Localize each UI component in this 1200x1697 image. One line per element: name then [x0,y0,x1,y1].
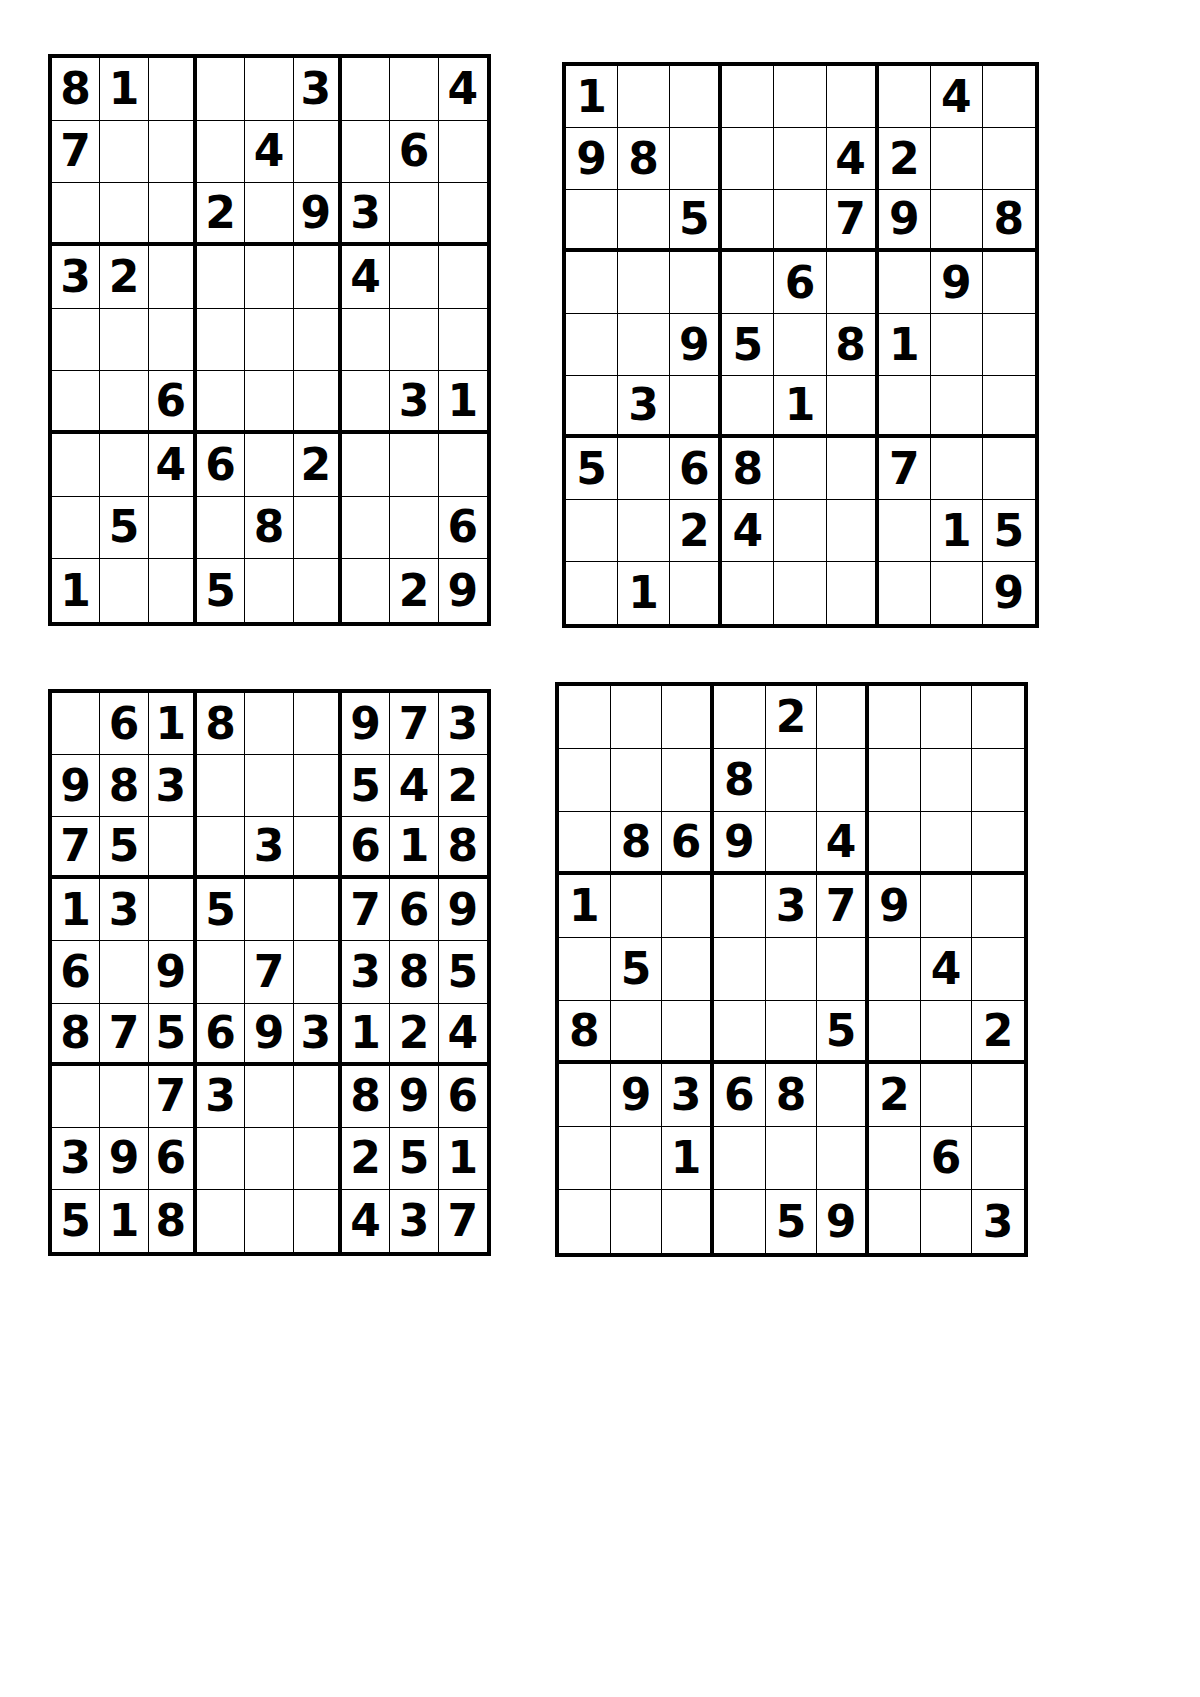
puzzle4-cell-r6c2[interactable] [611,1001,663,1064]
puzzle2-cell-r5c7[interactable]: 1 [879,314,931,376]
puzzle1-cell-r4c7[interactable]: 4 [342,246,390,309]
puzzle4-cell-r9c5[interactable]: 5 [766,1190,818,1253]
puzzle4-cell-r8c6[interactable] [817,1127,869,1190]
puzzle1-cell-r1c7[interactable] [342,58,390,121]
puzzle4-cell-r9c7[interactable] [869,1190,921,1253]
puzzle4-cell-r2c1[interactable] [559,749,611,812]
puzzle2-cell-r7c2[interactable] [618,438,670,500]
puzzle3-cell-r5c5[interactable]: 7 [245,941,293,1003]
puzzle2-cell-r2c4[interactable] [722,128,774,190]
puzzle3-cell-r9c7[interactable]: 4 [342,1190,390,1252]
puzzle4-cell-r2c3[interactable] [662,749,714,812]
puzzle2-cell-r4c3[interactable] [670,252,722,314]
puzzle3-cell-r6c2[interactable]: 7 [100,1004,148,1066]
puzzle2-cell-r6c2[interactable]: 3 [618,376,670,438]
puzzle1-cell-r8c7[interactable] [342,497,390,560]
puzzle3-cell-r7c5[interactable] [245,1066,293,1128]
puzzle4-cell-r8c7[interactable] [869,1127,921,1190]
puzzle3-cell-r1c6[interactable] [294,693,342,755]
puzzle3-cell-r1c9[interactable]: 3 [439,693,487,755]
puzzle4-cell-r1c9[interactable] [972,686,1024,749]
puzzle1-cell-r6c5[interactable] [245,371,293,434]
puzzle4-cell-r7c3[interactable]: 3 [662,1064,714,1127]
puzzle3-cell-r2c7[interactable]: 5 [342,755,390,817]
puzzle2-cell-r6c9[interactable] [983,376,1035,438]
puzzle2-cell-r4c1[interactable] [566,252,618,314]
puzzle4-cell-r1c1[interactable] [559,686,611,749]
puzzle4-cell-r6c5[interactable] [766,1001,818,1064]
puzzle1-cell-r8c1[interactable] [52,497,100,560]
puzzle3-cell-r4c6[interactable] [294,879,342,941]
puzzle4-cell-r5c1[interactable] [559,938,611,1001]
puzzle3-cell-r6c9[interactable]: 4 [439,1004,487,1066]
puzzle1-cell-r5c5[interactable] [245,309,293,372]
puzzle1-cell-r1c1[interactable]: 8 [52,58,100,121]
puzzle4-cell-r5c2[interactable]: 5 [611,938,663,1001]
puzzle3-cell-r4c5[interactable] [245,879,293,941]
puzzle4-cell-r6c3[interactable] [662,1001,714,1064]
puzzle2-cell-r8c7[interactable] [879,500,931,562]
puzzle2-cell-r7c4[interactable]: 8 [722,438,774,500]
puzzle2-cell-r6c8[interactable] [931,376,983,438]
puzzle2-cell-r8c6[interactable] [827,500,879,562]
puzzle3-cell-r6c8[interactable]: 2 [390,1004,438,1066]
puzzle1-cell-r4c9[interactable] [439,246,487,309]
puzzle4-cell-r9c1[interactable] [559,1190,611,1253]
puzzle2-cell-r3c7[interactable]: 9 [879,190,931,252]
puzzle2-cell-r3c3[interactable]: 5 [670,190,722,252]
puzzle3-cell-r1c2[interactable]: 6 [100,693,148,755]
puzzle4-cell-r9c6[interactable]: 9 [817,1190,869,1253]
puzzle1-cell-r2c4[interactable] [197,121,245,184]
puzzle2-cell-r5c9[interactable] [983,314,1035,376]
puzzle2-cell-r2c2[interactable]: 8 [618,128,670,190]
puzzle2-cell-r9c7[interactable] [879,562,931,624]
puzzle2-cell-r6c1[interactable] [566,376,618,438]
puzzle4-cell-r7c7[interactable]: 2 [869,1064,921,1127]
puzzle3-cell-r7c4[interactable]: 3 [197,1066,245,1128]
puzzle2-cell-r1c7[interactable] [879,66,931,128]
puzzle3-cell-r6c5[interactable]: 9 [245,1004,293,1066]
puzzle2-cell-r6c4[interactable] [722,376,774,438]
puzzle3-cell-r8c7[interactable]: 2 [342,1128,390,1190]
puzzle4-cell-r6c1[interactable]: 8 [559,1001,611,1064]
puzzle4-cell-r3c9[interactable] [972,812,1024,875]
puzzle3-cell-r7c8[interactable]: 9 [390,1066,438,1128]
puzzle2-cell-r2c9[interactable] [983,128,1035,190]
puzzle4-cell-r6c8[interactable] [921,1001,973,1064]
puzzle3-cell-r8c8[interactable]: 5 [390,1128,438,1190]
puzzle2-cell-r7c1[interactable]: 5 [566,438,618,500]
puzzle2-cell-r1c6[interactable] [827,66,879,128]
puzzle4-cell-r1c7[interactable] [869,686,921,749]
puzzle2-cell-r6c6[interactable] [827,376,879,438]
puzzle2-cell-r3c4[interactable] [722,190,774,252]
puzzle1-cell-r2c5[interactable]: 4 [245,121,293,184]
puzzle4-cell-r7c4[interactable]: 6 [714,1064,766,1127]
puzzle4-cell-r4c8[interactable] [921,875,973,938]
puzzle3-cell-r2c1[interactable]: 9 [52,755,100,817]
puzzle2-cell-r7c8[interactable] [931,438,983,500]
puzzle4-cell-r9c4[interactable] [714,1190,766,1253]
puzzle3-cell-r8c1[interactable]: 3 [52,1128,100,1190]
puzzle3-cell-r4c8[interactable]: 6 [390,879,438,941]
puzzle3-cell-r4c2[interactable]: 3 [100,879,148,941]
puzzle3-cell-r7c7[interactable]: 8 [342,1066,390,1128]
puzzle4-cell-r1c4[interactable] [714,686,766,749]
puzzle1-cell-r3c4[interactable]: 2 [197,183,245,246]
puzzle3-cell-r2c6[interactable] [294,755,342,817]
puzzle1-cell-r1c6[interactable]: 3 [294,58,342,121]
puzzle3-cell-r9c5[interactable] [245,1190,293,1252]
puzzle2-cell-r7c5[interactable] [774,438,826,500]
puzzle3-cell-r9c8[interactable]: 3 [390,1190,438,1252]
puzzle2-cell-r9c8[interactable] [931,562,983,624]
puzzle1-cell-r8c2[interactable]: 5 [100,497,148,560]
puzzle3-cell-r2c9[interactable]: 2 [439,755,487,817]
puzzle3-cell-r3c1[interactable]: 7 [52,817,100,879]
puzzle1-cell-r5c9[interactable] [439,309,487,372]
puzzle4-cell-r4c3[interactable] [662,875,714,938]
puzzle1-cell-r1c8[interactable] [390,58,438,121]
puzzle3-cell-r2c4[interactable] [197,755,245,817]
puzzle4-cell-r1c2[interactable] [611,686,663,749]
puzzle2-cell-r4c5[interactable]: 6 [774,252,826,314]
puzzle3-cell-r8c4[interactable] [197,1128,245,1190]
puzzle4-cell-r8c3[interactable]: 1 [662,1127,714,1190]
puzzle2-cell-r3c9[interactable]: 8 [983,190,1035,252]
puzzle4-cell-r7c9[interactable] [972,1064,1024,1127]
puzzle2-cell-r2c1[interactable]: 9 [566,128,618,190]
puzzle2-cell-r3c6[interactable]: 7 [827,190,879,252]
puzzle2-cell-r5c2[interactable] [618,314,670,376]
puzzle3-cell-r3c4[interactable] [197,817,245,879]
puzzle3-cell-r9c6[interactable] [294,1190,342,1252]
puzzle1-cell-r5c1[interactable] [52,309,100,372]
puzzle2-cell-r9c2[interactable]: 1 [618,562,670,624]
puzzle2-cell-r8c4[interactable]: 4 [722,500,774,562]
puzzle1-cell-r9c3[interactable] [149,559,197,622]
puzzle3-cell-r4c4[interactable]: 5 [197,879,245,941]
puzzle1-cell-r3c6[interactable]: 9 [294,183,342,246]
puzzle4-cell-r8c4[interactable] [714,1127,766,1190]
puzzle4-cell-r7c2[interactable]: 9 [611,1064,663,1127]
puzzle4-cell-r9c2[interactable] [611,1190,663,1253]
puzzle2-cell-r1c1[interactable]: 1 [566,66,618,128]
puzzle4-cell-r6c6[interactable]: 5 [817,1001,869,1064]
puzzle3-cell-r8c3[interactable]: 6 [149,1128,197,1190]
puzzle3-cell-r7c2[interactable] [100,1066,148,1128]
puzzle1-cell-r8c5[interactable]: 8 [245,497,293,560]
puzzle4-cell-r2c2[interactable] [611,749,663,812]
puzzle4-cell-r4c2[interactable] [611,875,663,938]
puzzle2-cell-r5c8[interactable] [931,314,983,376]
puzzle2-cell-r4c4[interactable] [722,252,774,314]
puzzle4-cell-r7c8[interactable] [921,1064,973,1127]
puzzle3-cell-r5c4[interactable] [197,941,245,1003]
puzzle1-cell-r3c3[interactable] [149,183,197,246]
puzzle2-cell-r3c5[interactable] [774,190,826,252]
puzzle3-cell-r6c6[interactable]: 3 [294,1004,342,1066]
puzzle4-cell-r5c7[interactable] [869,938,921,1001]
puzzle2-cell-r2c6[interactable]: 4 [827,128,879,190]
puzzle3-cell-r2c3[interactable]: 3 [149,755,197,817]
puzzle4-cell-r8c5[interactable] [766,1127,818,1190]
puzzle2-cell-r8c3[interactable]: 2 [670,500,722,562]
puzzle2-cell-r9c5[interactable] [774,562,826,624]
puzzle4-cell-r5c8[interactable]: 4 [921,938,973,1001]
puzzle1-cell-r7c5[interactable] [245,434,293,497]
puzzle2-cell-r4c6[interactable] [827,252,879,314]
puzzle1-cell-r8c9[interactable]: 6 [439,497,487,560]
puzzle2-cell-r2c3[interactable] [670,128,722,190]
puzzle4-cell-r5c9[interactable] [972,938,1024,1001]
puzzle4-cell-r3c3[interactable]: 6 [662,812,714,875]
puzzle2-cell-r7c7[interactable]: 7 [879,438,931,500]
puzzle4-cell-r3c1[interactable] [559,812,611,875]
puzzle1-cell-r4c5[interactable] [245,246,293,309]
puzzle3-cell-r7c1[interactable] [52,1066,100,1128]
puzzle1-cell-r8c8[interactable] [390,497,438,560]
puzzle2-cell-r4c2[interactable] [618,252,670,314]
puzzle1-cell-r3c2[interactable] [100,183,148,246]
puzzle4-cell-r4c5[interactable]: 3 [766,875,818,938]
puzzle3-cell-r5c9[interactable]: 5 [439,941,487,1003]
puzzle2-cell-r8c1[interactable] [566,500,618,562]
puzzle3-cell-r5c2[interactable] [100,941,148,1003]
puzzle1-cell-r2c9[interactable] [439,121,487,184]
puzzle4-cell-r2c6[interactable] [817,749,869,812]
puzzle1-cell-r4c4[interactable] [197,246,245,309]
puzzle3-cell-r1c5[interactable] [245,693,293,755]
puzzle3-cell-r4c9[interactable]: 9 [439,879,487,941]
puzzle1-cell-r6c1[interactable] [52,371,100,434]
puzzle1-cell-r6c6[interactable] [294,371,342,434]
puzzle1-cell-r6c2[interactable] [100,371,148,434]
puzzle2-cell-r5c1[interactable] [566,314,618,376]
puzzle1-cell-r1c5[interactable] [245,58,293,121]
puzzle1-cell-r6c9[interactable]: 1 [439,371,487,434]
puzzle3-cell-r5c3[interactable]: 9 [149,941,197,1003]
puzzle2-cell-r9c9[interactable]: 9 [983,562,1035,624]
puzzle4-cell-r8c8[interactable]: 6 [921,1127,973,1190]
puzzle3-cell-r7c6[interactable] [294,1066,342,1128]
puzzle1-cell-r6c8[interactable]: 3 [390,371,438,434]
puzzle1-cell-r5c6[interactable] [294,309,342,372]
puzzle4-cell-r6c4[interactable] [714,1001,766,1064]
puzzle4-cell-r8c2[interactable] [611,1127,663,1190]
puzzle4-cell-r4c1[interactable]: 1 [559,875,611,938]
puzzle2-cell-r8c2[interactable] [618,500,670,562]
puzzle1-cell-r9c5[interactable] [245,559,293,622]
puzzle3-cell-r6c7[interactable]: 1 [342,1004,390,1066]
puzzle1-cell-r5c7[interactable] [342,309,390,372]
puzzle3-cell-r4c7[interactable]: 7 [342,879,390,941]
puzzle4-cell-r4c9[interactable] [972,875,1024,938]
puzzle2-cell-r5c4[interactable]: 5 [722,314,774,376]
puzzle2-cell-r1c4[interactable] [722,66,774,128]
puzzle1-cell-r4c2[interactable]: 2 [100,246,148,309]
puzzle3-cell-r9c2[interactable]: 1 [100,1190,148,1252]
puzzle4-cell-r5c6[interactable] [817,938,869,1001]
puzzle2-cell-r3c8[interactable] [931,190,983,252]
puzzle4-cell-r9c9[interactable]: 3 [972,1190,1024,1253]
puzzle4-cell-r7c5[interactable]: 8 [766,1064,818,1127]
puzzle1-cell-r6c4[interactable] [197,371,245,434]
puzzle1-cell-r3c9[interactable] [439,183,487,246]
puzzle2-cell-r1c8[interactable]: 4 [931,66,983,128]
puzzle1-cell-r1c4[interactable] [197,58,245,121]
puzzle1-cell-r2c7[interactable] [342,121,390,184]
puzzle3-cell-r4c3[interactable] [149,879,197,941]
puzzle3-cell-r4c1[interactable]: 1 [52,879,100,941]
puzzle1-cell-r1c9[interactable]: 4 [439,58,487,121]
puzzle4-cell-r2c9[interactable] [972,749,1024,812]
puzzle1-cell-r4c6[interactable] [294,246,342,309]
puzzle3-cell-r6c4[interactable]: 6 [197,1004,245,1066]
puzzle2-cell-r9c3[interactable] [670,562,722,624]
puzzle4-cell-r9c3[interactable] [662,1190,714,1253]
puzzle2-cell-r1c5[interactable] [774,66,826,128]
puzzle3-cell-r8c2[interactable]: 9 [100,1128,148,1190]
puzzle3-cell-r8c6[interactable] [294,1128,342,1190]
puzzle2-cell-r6c7[interactable] [879,376,931,438]
puzzle1-cell-r4c8[interactable] [390,246,438,309]
puzzle1-cell-r9c6[interactable] [294,559,342,622]
puzzle1-cell-r2c2[interactable] [100,121,148,184]
puzzle2-cell-r4c7[interactable] [879,252,931,314]
puzzle1-cell-r7c7[interactable] [342,434,390,497]
puzzle4-cell-r2c7[interactable] [869,749,921,812]
puzzle4-cell-r7c1[interactable] [559,1064,611,1127]
puzzle2-cell-r7c3[interactable]: 6 [670,438,722,500]
puzzle2-cell-r8c8[interactable]: 1 [931,500,983,562]
puzzle2-cell-r1c2[interactable] [618,66,670,128]
puzzle4-cell-r5c3[interactable] [662,938,714,1001]
puzzle3-cell-r1c3[interactable]: 1 [149,693,197,755]
puzzle2-cell-r6c3[interactable] [670,376,722,438]
puzzle4-cell-r3c8[interactable] [921,812,973,875]
puzzle3-cell-r2c8[interactable]: 4 [390,755,438,817]
puzzle3-cell-r3c9[interactable]: 8 [439,817,487,879]
puzzle3-cell-r2c2[interactable]: 8 [100,755,148,817]
puzzle3-cell-r2c5[interactable] [245,755,293,817]
puzzle1-cell-r9c4[interactable]: 5 [197,559,245,622]
puzzle1-cell-r2c8[interactable]: 6 [390,121,438,184]
puzzle1-cell-r9c7[interactable] [342,559,390,622]
puzzle4-cell-r3c7[interactable] [869,812,921,875]
puzzle1-cell-r6c7[interactable] [342,371,390,434]
puzzle2-cell-r1c3[interactable] [670,66,722,128]
puzzle1-cell-r2c1[interactable]: 7 [52,121,100,184]
puzzle1-cell-r2c3[interactable] [149,121,197,184]
puzzle4-cell-r1c3[interactable] [662,686,714,749]
puzzle3-cell-r3c6[interactable] [294,817,342,879]
puzzle3-cell-r3c8[interactable]: 1 [390,817,438,879]
puzzle4-cell-r3c2[interactable]: 8 [611,812,663,875]
puzzle2-cell-r4c8[interactable]: 9 [931,252,983,314]
puzzle2-cell-r8c9[interactable]: 5 [983,500,1035,562]
puzzle2-cell-r6c5[interactable]: 1 [774,376,826,438]
puzzle1-cell-r8c6[interactable] [294,497,342,560]
puzzle3-cell-r3c3[interactable] [149,817,197,879]
puzzle1-cell-r7c8[interactable] [390,434,438,497]
puzzle2-cell-r8c5[interactable] [774,500,826,562]
puzzle4-cell-r1c5[interactable]: 2 [766,686,818,749]
puzzle1-cell-r7c1[interactable] [52,434,100,497]
puzzle1-cell-r7c2[interactable] [100,434,148,497]
puzzle2-cell-r2c8[interactable] [931,128,983,190]
puzzle2-cell-r5c5[interactable] [774,314,826,376]
puzzle4-cell-r3c4[interactable]: 9 [714,812,766,875]
puzzle1-cell-r9c8[interactable]: 2 [390,559,438,622]
puzzle1-cell-r5c2[interactable] [100,309,148,372]
puzzle1-cell-r6c3[interactable]: 6 [149,371,197,434]
puzzle1-cell-r5c3[interactable] [149,309,197,372]
puzzle3-cell-r5c8[interactable]: 8 [390,941,438,1003]
puzzle3-cell-r8c9[interactable]: 1 [439,1128,487,1190]
puzzle3-cell-r3c7[interactable]: 6 [342,817,390,879]
puzzle3-cell-r9c4[interactable] [197,1190,245,1252]
puzzle1-cell-r7c3[interactable]: 4 [149,434,197,497]
puzzle3-cell-r9c3[interactable]: 8 [149,1190,197,1252]
puzzle2-cell-r1c9[interactable] [983,66,1035,128]
puzzle3-cell-r7c9[interactable]: 6 [439,1066,487,1128]
puzzle1-cell-r3c1[interactable] [52,183,100,246]
puzzle1-cell-r3c5[interactable] [245,183,293,246]
puzzle1-cell-r4c1[interactable]: 3 [52,246,100,309]
puzzle3-cell-r1c1[interactable] [52,693,100,755]
puzzle1-cell-r1c3[interactable] [149,58,197,121]
puzzle3-cell-r3c5[interactable]: 3 [245,817,293,879]
puzzle4-cell-r1c8[interactable] [921,686,973,749]
puzzle3-cell-r1c7[interactable]: 9 [342,693,390,755]
puzzle1-cell-r3c7[interactable]: 3 [342,183,390,246]
puzzle2-cell-r9c6[interactable] [827,562,879,624]
puzzle1-cell-r9c9[interactable]: 9 [439,559,487,622]
puzzle3-cell-r8c5[interactable] [245,1128,293,1190]
puzzle3-cell-r7c3[interactable]: 7 [149,1066,197,1128]
puzzle1-cell-r4c3[interactable] [149,246,197,309]
puzzle1-cell-r5c4[interactable] [197,309,245,372]
puzzle3-cell-r1c4[interactable]: 8 [197,693,245,755]
puzzle2-cell-r5c3[interactable]: 9 [670,314,722,376]
puzzle2-cell-r3c1[interactable] [566,190,618,252]
puzzle3-cell-r1c8[interactable]: 7 [390,693,438,755]
puzzle2-cell-r7c6[interactable] [827,438,879,500]
puzzle3-cell-r6c3[interactable]: 5 [149,1004,197,1066]
puzzle4-cell-r8c9[interactable] [972,1127,1024,1190]
puzzle2-cell-r7c9[interactable] [983,438,1035,500]
puzzle4-cell-r8c1[interactable] [559,1127,611,1190]
puzzle4-cell-r9c8[interactable] [921,1190,973,1253]
puzzle4-cell-r4c7[interactable]: 9 [869,875,921,938]
puzzle3-cell-r9c1[interactable]: 5 [52,1190,100,1252]
puzzle1-cell-r7c6[interactable]: 2 [294,434,342,497]
puzzle4-cell-r4c6[interactable]: 7 [817,875,869,938]
puzzle2-cell-r3c2[interactable] [618,190,670,252]
puzzle1-cell-r9c1[interactable]: 1 [52,559,100,622]
puzzle2-cell-r9c1[interactable] [566,562,618,624]
puzzle3-cell-r6c1[interactable]: 8 [52,1004,100,1066]
puzzle1-cell-r2c6[interactable] [294,121,342,184]
puzzle4-cell-r5c4[interactable] [714,938,766,1001]
puzzle2-cell-r2c7[interactable]: 2 [879,128,931,190]
puzzle3-cell-r5c1[interactable]: 6 [52,941,100,1003]
puzzle1-cell-r8c4[interactable] [197,497,245,560]
puzzle1-cell-r3c8[interactable] [390,183,438,246]
puzzle1-cell-r7c4[interactable]: 6 [197,434,245,497]
